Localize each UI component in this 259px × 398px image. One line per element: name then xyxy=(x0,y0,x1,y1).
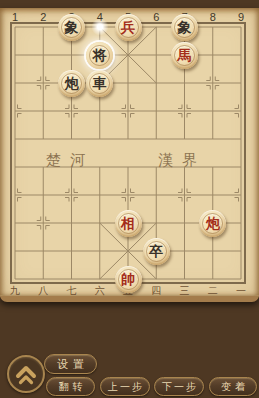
piece-red-pawn[interactable]: 兵 xyxy=(115,14,142,41)
piece-label: 相 xyxy=(121,210,135,237)
xiangqi-app: 123456789 九八七六五四三二一 楚河 漢界 象兵象将馬炮車相炮卒帥 设置… xyxy=(0,0,259,398)
piece-black-general[interactable]: 将 xyxy=(86,42,113,69)
piece-label: 帥 xyxy=(121,266,135,293)
piece-red-general[interactable]: 帥 xyxy=(115,266,142,293)
piece-black-cannon[interactable]: 炮 xyxy=(58,70,85,97)
flip-board-button[interactable]: 翻转 xyxy=(46,377,95,396)
expand-toolbar-button[interactable] xyxy=(7,355,45,393)
piece-label: 象 xyxy=(65,14,79,41)
piece-black-pawn[interactable]: 卒 xyxy=(143,238,170,265)
piece-black-chariot[interactable]: 車 xyxy=(86,70,113,97)
piece-label: 象 xyxy=(178,14,192,41)
piece-label: 馬 xyxy=(178,42,192,69)
piece-black-elephant[interactable]: 象 xyxy=(171,14,198,41)
piece-black-elephant[interactable]: 象 xyxy=(58,14,85,41)
piece-label: 卒 xyxy=(149,238,163,265)
piece-label: 炮 xyxy=(206,210,220,237)
piece-red-horse[interactable]: 馬 xyxy=(171,42,198,69)
previous-move-button[interactable]: 上一步 xyxy=(100,377,150,396)
settings-button[interactable]: 设置 xyxy=(44,354,97,374)
piece-label: 車 xyxy=(93,70,107,97)
piece-red-cannon[interactable]: 炮 xyxy=(199,210,226,237)
xiangqi-board[interactable]: 123456789 九八七六五四三二一 楚河 漢界 象兵象将馬炮車相炮卒帥 xyxy=(0,8,259,302)
board-grid xyxy=(0,8,259,296)
piece-label: 炮 xyxy=(65,70,79,97)
piece-red-elephant[interactable]: 相 xyxy=(115,210,142,237)
next-move-button[interactable]: 下一步 xyxy=(154,377,204,396)
piece-label: 兵 xyxy=(121,14,135,41)
double-chevron-up-icon xyxy=(9,357,43,391)
piece-label: 将 xyxy=(93,42,107,69)
variation-button[interactable]: 变着 xyxy=(209,377,257,396)
